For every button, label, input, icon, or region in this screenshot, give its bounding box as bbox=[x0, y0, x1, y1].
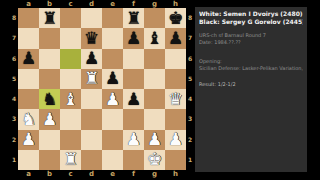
file-labels-top: abcdefgh bbox=[18, 0, 186, 8]
white-pawn: ♟ bbox=[168, 131, 183, 148]
square-a4 bbox=[18, 89, 39, 109]
square-d5: ♜ bbox=[81, 69, 102, 89]
square-e4: ♟ bbox=[102, 89, 123, 109]
square-b8: ♜ bbox=[39, 8, 60, 28]
rank-label-1: 1 bbox=[186, 150, 194, 170]
square-a2: ♟ bbox=[18, 130, 39, 150]
white-rook: ♜ bbox=[63, 151, 78, 168]
square-e7 bbox=[102, 28, 123, 48]
square-e6 bbox=[102, 49, 123, 69]
black-queen: ♛ bbox=[84, 29, 99, 46]
file-label-b: b bbox=[39, 0, 60, 8]
white-pawn: ♟ bbox=[126, 131, 141, 148]
result-line: Result: 1/2-1/2 bbox=[199, 81, 303, 88]
file-label-g: g bbox=[144, 170, 165, 178]
square-c6 bbox=[60, 49, 81, 69]
square-h7: ♟ bbox=[165, 28, 186, 48]
square-c2 bbox=[60, 130, 81, 150]
square-h2: ♟ bbox=[165, 130, 186, 150]
rank-label-7: 7 bbox=[186, 28, 194, 48]
square-d4 bbox=[81, 89, 102, 109]
rank-label-2: 2 bbox=[186, 130, 194, 150]
file-label-h: h bbox=[165, 0, 186, 8]
rank-label-8: 8 bbox=[186, 8, 194, 28]
square-f3 bbox=[123, 109, 144, 129]
square-h5 bbox=[165, 69, 186, 89]
square-e1 bbox=[102, 150, 123, 170]
square-f2: ♟ bbox=[123, 130, 144, 150]
square-d2 bbox=[81, 130, 102, 150]
file-label-d: d bbox=[81, 170, 102, 178]
rank-label-7: 7 bbox=[10, 28, 18, 48]
file-label-f: f bbox=[123, 170, 144, 178]
file-label-a: a bbox=[18, 0, 39, 8]
opening-header: Opening: bbox=[199, 58, 303, 65]
rank-label-1: 1 bbox=[10, 150, 18, 170]
square-a7 bbox=[18, 28, 39, 48]
black-pawn: ♟ bbox=[21, 50, 36, 67]
black-pawn: ♟ bbox=[168, 29, 183, 46]
file-label-d: d bbox=[81, 0, 102, 8]
white-player-line: White: Semen I Dvoirys (2480) bbox=[199, 10, 303, 18]
square-c7 bbox=[60, 28, 81, 48]
black-player-line: Black: Sergey G Gorelov (2445) bbox=[199, 18, 303, 26]
rank-label-4: 4 bbox=[186, 89, 194, 109]
opening-line: Sicilian Defense: Lasker-Pelikan Variati… bbox=[199, 65, 303, 72]
game-info-panel: White: Semen I Dvoirys (2480) Black: Ser… bbox=[195, 7, 307, 172]
square-g5 bbox=[144, 69, 165, 89]
rank-label-2: 2 bbox=[10, 130, 18, 150]
rank-label-5: 5 bbox=[186, 69, 194, 89]
square-f1 bbox=[123, 150, 144, 170]
square-b2 bbox=[39, 130, 60, 150]
square-g3 bbox=[144, 109, 165, 129]
square-c3 bbox=[60, 109, 81, 129]
square-d7: ♛ bbox=[81, 28, 102, 48]
square-f5 bbox=[123, 69, 144, 89]
file-label-b: b bbox=[39, 170, 60, 178]
square-d3 bbox=[81, 109, 102, 129]
file-label-c: c bbox=[60, 0, 81, 8]
rank-labels-left: 87654321 bbox=[10, 8, 18, 170]
white-pawn: ♟ bbox=[21, 131, 36, 148]
square-f4: ♟ bbox=[123, 89, 144, 109]
rank-label-5: 5 bbox=[10, 69, 18, 89]
square-h8: ♚ bbox=[165, 8, 186, 28]
square-h3 bbox=[165, 109, 186, 129]
square-c5 bbox=[60, 69, 81, 89]
square-g4 bbox=[144, 89, 165, 109]
file-label-f: f bbox=[123, 0, 144, 8]
square-g2: ♟ bbox=[144, 130, 165, 150]
square-g8 bbox=[144, 8, 165, 28]
square-d6: ♟ bbox=[81, 49, 102, 69]
file-label-h: h bbox=[165, 170, 186, 178]
file-label-g: g bbox=[144, 0, 165, 8]
square-h4: ♛ bbox=[165, 89, 186, 109]
square-h6 bbox=[165, 49, 186, 69]
square-f7: ♟ bbox=[123, 28, 144, 48]
white-pawn: ♟ bbox=[42, 110, 57, 127]
square-b1 bbox=[39, 150, 60, 170]
square-b6 bbox=[39, 49, 60, 69]
square-a1 bbox=[18, 150, 39, 170]
square-g7: ♝ bbox=[144, 28, 165, 48]
white-knight: ♞ bbox=[21, 110, 36, 127]
square-h1 bbox=[165, 150, 186, 170]
chess-board-area: abcdefgh ♜♜♚♛♟♝♟♟♟♜♟♞♝♟♟♛♞♟♟♟♟♟♜♚ 876543… bbox=[0, 0, 195, 180]
square-d8 bbox=[81, 8, 102, 28]
event-block: URS-ch sf Barnaul Round 7 Date: 1984.??.… bbox=[199, 32, 303, 46]
black-knight: ♞ bbox=[42, 90, 57, 107]
black-bishop: ♝ bbox=[147, 29, 162, 46]
square-f8: ♜ bbox=[123, 8, 144, 28]
black-pawn: ♟ bbox=[84, 50, 99, 67]
white-king: ♚ bbox=[147, 151, 162, 168]
white-queen: ♛ bbox=[168, 90, 183, 107]
thumbnail-stage: abcdefgh ♜♜♚♛♟♝♟♟♟♜♟♞♝♟♟♛♞♟♟♟♟♟♜♚ 876543… bbox=[0, 0, 320, 180]
rank-label-6: 6 bbox=[186, 49, 194, 69]
square-c8 bbox=[60, 8, 81, 28]
square-c4: ♝ bbox=[60, 89, 81, 109]
square-e3 bbox=[102, 109, 123, 129]
black-rook: ♜ bbox=[42, 9, 57, 26]
square-a6: ♟ bbox=[18, 49, 39, 69]
square-g6 bbox=[144, 49, 165, 69]
square-b5 bbox=[39, 69, 60, 89]
rank-label-4: 4 bbox=[10, 89, 18, 109]
square-b4: ♞ bbox=[39, 89, 60, 109]
black-pawn: ♟ bbox=[126, 90, 141, 107]
rank-label-6: 6 bbox=[10, 49, 18, 69]
white-bishop: ♝ bbox=[63, 90, 78, 107]
file-labels-bottom: abcdefgh bbox=[18, 170, 186, 178]
opening-block: Opening: Sicilian Defense: Lasker-Pelika… bbox=[199, 58, 303, 72]
square-c1: ♜ bbox=[60, 150, 81, 170]
white-rook: ♜ bbox=[84, 70, 99, 87]
white-pawn: ♟ bbox=[147, 131, 162, 148]
rank-label-3: 3 bbox=[10, 109, 18, 129]
date-line: Date: 1984.??.?? bbox=[199, 39, 303, 46]
square-e8 bbox=[102, 8, 123, 28]
square-f6 bbox=[123, 49, 144, 69]
chess-board: ♜♜♚♛♟♝♟♟♟♜♟♞♝♟♟♛♞♟♟♟♟♟♜♚ bbox=[18, 8, 186, 170]
square-d1 bbox=[81, 150, 102, 170]
square-g1: ♚ bbox=[144, 150, 165, 170]
white-pawn: ♟ bbox=[105, 90, 120, 107]
file-label-c: c bbox=[60, 170, 81, 178]
square-a3: ♞ bbox=[18, 109, 39, 129]
rank-label-3: 3 bbox=[186, 109, 194, 129]
square-e2 bbox=[102, 130, 123, 150]
square-a5 bbox=[18, 69, 39, 89]
black-king: ♚ bbox=[168, 9, 183, 26]
square-b7 bbox=[39, 28, 60, 48]
black-rook: ♜ bbox=[126, 9, 141, 26]
black-pawn: ♟ bbox=[126, 29, 141, 46]
square-b3: ♟ bbox=[39, 109, 60, 129]
square-e5: ♟ bbox=[102, 69, 123, 89]
black-pawn: ♟ bbox=[105, 70, 120, 87]
file-label-e: e bbox=[102, 0, 123, 8]
event-line: URS-ch sf Barnaul Round 7 bbox=[199, 32, 303, 39]
rank-labels-right: 87654321 bbox=[186, 8, 194, 170]
square-a8 bbox=[18, 8, 39, 28]
file-label-e: e bbox=[102, 170, 123, 178]
rank-label-8: 8 bbox=[10, 8, 18, 28]
file-label-a: a bbox=[18, 170, 39, 178]
